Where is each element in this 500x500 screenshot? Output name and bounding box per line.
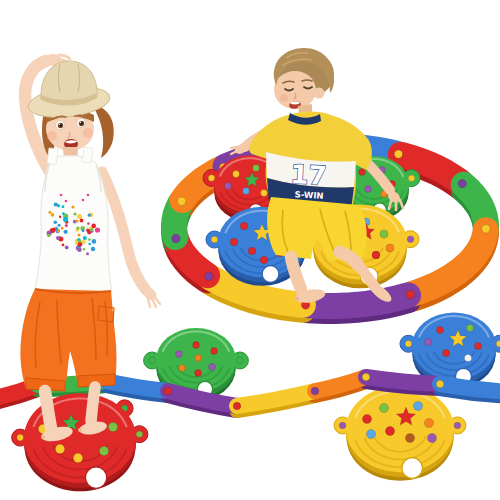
balance-toy-scene: 17 S-WIN bbox=[0, 0, 500, 500]
jersey-number: 17 bbox=[290, 159, 328, 191]
girl-cheek-right bbox=[83, 128, 93, 138]
beam-segment bbox=[440, 384, 500, 392]
girl-strap-right bbox=[82, 147, 93, 163]
ring-joint-dot bbox=[205, 272, 213, 280]
ring-joint-dot bbox=[458, 179, 466, 187]
girl-stepping-stone bbox=[12, 393, 148, 491]
girl-toes-2 bbox=[78, 428, 82, 432]
girl-glint-right bbox=[80, 121, 82, 123]
beam-joint-dot bbox=[233, 402, 241, 410]
beam-joint-dot bbox=[362, 373, 370, 381]
boy-ear bbox=[314, 88, 325, 99]
boy-teeth bbox=[291, 102, 300, 105]
beam-joint-dot bbox=[311, 387, 319, 395]
beam-segment bbox=[366, 377, 440, 384]
ring-joint-dot bbox=[177, 197, 185, 205]
girl-strap-left bbox=[47, 148, 58, 165]
girl-toes bbox=[41, 435, 45, 439]
girl-glint-left bbox=[59, 123, 61, 125]
ring-segment bbox=[413, 230, 486, 294]
ring-joint-dot bbox=[482, 225, 490, 233]
girl-cheek-left bbox=[47, 131, 57, 141]
product-photo: 17 S-WIN bbox=[0, 0, 500, 500]
boy-left-toes bbox=[295, 297, 299, 301]
boy-cheek bbox=[280, 94, 288, 102]
girl-hair-right bbox=[94, 106, 114, 158]
girl-left-shin bbox=[45, 391, 51, 428]
ring-joint-dot bbox=[406, 290, 414, 298]
ring-joint-dot bbox=[394, 150, 402, 158]
jersey-text: S-WIN bbox=[294, 189, 323, 200]
beam-joint-dot bbox=[436, 380, 444, 388]
ring-joint-dot bbox=[172, 234, 180, 242]
stepping-stone-girl-red bbox=[12, 393, 148, 491]
beam-joint-dot bbox=[164, 387, 172, 395]
girl-right-shin bbox=[91, 387, 95, 421]
stepping-stone-free-yellow bbox=[334, 386, 466, 481]
